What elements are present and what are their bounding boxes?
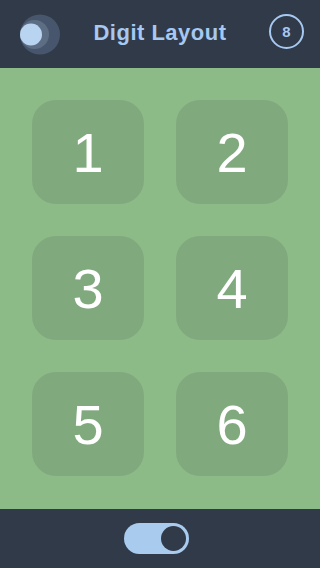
app-screen: Digit Layout 8 1 2 3 4 5 6 — [0, 0, 320, 568]
toggle-knob — [161, 526, 186, 551]
footer-bar — [0, 509, 320, 568]
digit-button-3[interactable]: 3 — [32, 236, 144, 340]
count-badge[interactable]: 8 — [269, 14, 304, 49]
digit-button-2[interactable]: 2 — [176, 100, 288, 204]
keypad-area: 1 2 3 4 5 6 — [0, 68, 320, 509]
keypad-grid: 1 2 3 4 5 6 — [32, 100, 288, 476]
layout-toggle-switch[interactable] — [124, 523, 189, 554]
digit-button-6[interactable]: 6 — [176, 372, 288, 476]
digit-button-5[interactable]: 5 — [32, 372, 144, 476]
digit-button-4[interactable]: 4 — [176, 236, 288, 340]
count-badge-value: 8 — [282, 23, 290, 40]
digit-button-1[interactable]: 1 — [32, 100, 144, 204]
header-bar: Digit Layout 8 — [0, 0, 320, 68]
